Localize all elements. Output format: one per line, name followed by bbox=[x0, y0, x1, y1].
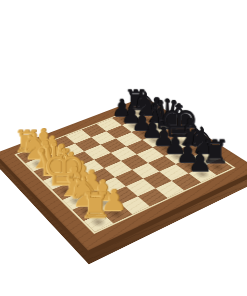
board-frame: ♜♞♝♛♚♝♞♜♟♟♟♟♟♟♟♟♟♟♟♟♟♟♟♟♜♞♝♛♚♝♞♜ bbox=[0, 97, 247, 251]
black-rook-a8: ♜ bbox=[115, 86, 158, 114]
white-rook-a1: ♜ bbox=[4, 126, 51, 156]
chess-set-photo: ♜♞♝♛♚♝♞♜♟♟♟♟♟♟♟♟♟♟♟♟♟♟♟♟♜♞♝♛♚♝♞♜ bbox=[0, 0, 247, 296]
chess-board: ♜♞♝♛♚♝♞♜♟♟♟♟♟♟♟♟♟♟♟♟♟♟♟♟♜♞♝♛♚♝♞♜ bbox=[0, 97, 247, 251]
square-g6 bbox=[160, 164, 188, 180]
